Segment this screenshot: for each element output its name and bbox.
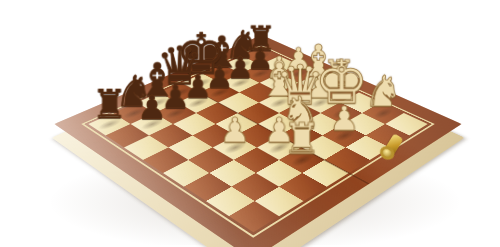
board-grid: ♜♞♝♛♚♝♞♜♟♟♟♟♟♟♟♟♝♝♟♛♟♜♟♞♚♜♟♞ [88, 48, 427, 233]
black-pawn[interactable]: ♟ [120, 91, 184, 124]
white-rook[interactable]: ♜ [268, 117, 336, 160]
scene: ♜♞♝♛♚♝♞♜♟♟♟♟♟♟♟♟♝♝♟♛♟♜♟♞♚♜♟♞ [0, 0, 500, 247]
chess-set-photo: ♜♞♝♛♚♝♞♜♟♟♟♟♟♟♟♟♝♝♟♛♟♜♟♞♚♜♟♞ [0, 0, 500, 247]
